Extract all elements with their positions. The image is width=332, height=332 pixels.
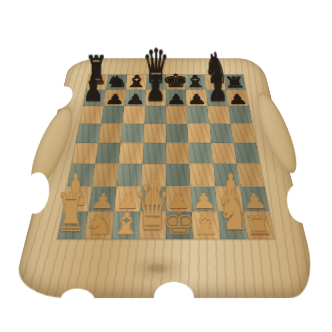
piece-black-pawn[interactable]: ♟ <box>145 71 165 106</box>
square-h7[interactable]: ♟ <box>226 90 249 106</box>
piece-black-pawn[interactable]: ♟ <box>125 92 146 106</box>
square-g4[interactable] <box>211 143 237 164</box>
live-edge-notch <box>23 170 50 217</box>
square-h6[interactable] <box>228 106 252 124</box>
live-edge-notch <box>58 287 96 312</box>
square-b3[interactable] <box>92 164 119 187</box>
square-f6[interactable] <box>187 106 209 124</box>
live-edge-notch <box>153 282 194 313</box>
square-f3[interactable] <box>190 164 216 187</box>
board-plane: ♜♞♝♛♚♝♞♜♟♟♟♟♟♟♟♟♟♟♟♟♟♟♟♟♜♞♝♛♚♝♞♜ <box>11 58 321 298</box>
square-f7[interactable]: ♟ <box>186 90 208 106</box>
live-edge-notch <box>287 182 315 226</box>
square-f4[interactable] <box>189 143 214 164</box>
piece-black-pawn[interactable]: ♟ <box>104 92 126 106</box>
square-e6[interactable] <box>166 106 188 124</box>
square-b4[interactable] <box>95 143 121 164</box>
square-d4[interactable] <box>142 143 166 164</box>
square-a1[interactable]: ♜ <box>57 212 88 240</box>
square-h4[interactable] <box>234 143 261 164</box>
square-c7[interactable]: ♟ <box>124 90 146 106</box>
piece-white-queen[interactable]: ♛ <box>134 175 171 239</box>
square-a4[interactable] <box>72 143 99 164</box>
square-g7[interactable]: ♟ <box>206 90 228 106</box>
board-perspective-wrapper: ♜♞♝♛♚♝♞♜♟♟♟♟♟♟♟♟♟♟♟♟♟♟♟♟♜♞♝♛♚♝♞♜ <box>11 0 321 298</box>
square-g6[interactable] <box>208 106 231 124</box>
piece-white-rook[interactable]: ♜ <box>55 186 86 239</box>
chess-board: ♜♞♝♛♚♝♞♜♟♟♟♟♟♟♟♟♟♟♟♟♟♟♟♟♜♞♝♛♚♝♞♜ <box>57 75 274 240</box>
square-c4[interactable] <box>119 143 144 164</box>
square-a6[interactable] <box>80 106 104 124</box>
piece-black-pawn[interactable]: ♟ <box>83 71 103 106</box>
square-e4[interactable] <box>166 143 190 164</box>
chess-set-photo: ♜♞♝♛♚♝♞♜♟♟♟♟♟♟♟♟♟♟♟♟♟♟♟♟♜♞♝♛♚♝♞♜ <box>0 0 332 332</box>
square-b7[interactable]: ♟ <box>104 90 126 106</box>
piece-white-knight[interactable]: ♞ <box>217 182 250 239</box>
square-a7[interactable]: ♟ <box>83 90 106 106</box>
piece-black-pawn[interactable]: ♟ <box>208 71 228 106</box>
square-b6[interactable] <box>101 106 124 124</box>
square-c6[interactable] <box>123 106 145 124</box>
live-edge-notch <box>42 84 77 113</box>
piece-black-pawn[interactable]: ♟ <box>226 92 248 106</box>
square-d1[interactable]: ♛ <box>139 212 166 240</box>
square-e7[interactable]: ♟ <box>166 90 187 106</box>
piece-black-pawn[interactable]: ♟ <box>186 92 207 106</box>
square-d6[interactable] <box>144 106 166 124</box>
square-g1[interactable]: ♞ <box>218 212 248 240</box>
piece-black-pawn[interactable]: ♟ <box>166 92 186 106</box>
square-d7[interactable]: ♟ <box>145 90 166 106</box>
